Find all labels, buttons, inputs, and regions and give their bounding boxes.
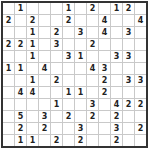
grid-cell-r1c11[interactable]: 2 (123, 3, 134, 14)
grid-cell-r3c9[interactable]: 4 (99, 27, 110, 38)
grid-cell-r9c9[interactable] (99, 99, 110, 110)
grid-cell-r1c5[interactable] (51, 3, 62, 14)
grid-cell-r5c7[interactable]: 1 (75, 51, 86, 62)
grid-cell-r11c12[interactable]: 2 (135, 123, 146, 134)
grid-cell-r12c3[interactable]: 1 (27, 135, 38, 146)
grid-cell-r4c12[interactable] (135, 39, 146, 50)
grid-cell-r3c2[interactable] (15, 27, 26, 38)
grid-cell-r5c10[interactable]: 3 (111, 51, 122, 62)
grid-cell-r8c7[interactable]: 1 (75, 87, 86, 98)
grid-cell-r2c4[interactable] (39, 15, 50, 26)
grid-cell-r12c10[interactable]: 2 (111, 135, 122, 146)
grid-cell-r6c8[interactable]: 4 (87, 63, 98, 74)
grid-cell-r11c4[interactable]: 2 (39, 123, 50, 134)
grid-cell-r1c2[interactable]: 1 (15, 3, 26, 14)
grid-cell-r2c9[interactable]: 4 (99, 15, 110, 26)
grid-cell-r10c4[interactable]: 3 (39, 111, 50, 122)
grid-cell-r8c5[interactable] (51, 87, 62, 98)
grid-cell-r3c1[interactable] (3, 27, 14, 38)
grid-cell-r4c6[interactable] (63, 39, 74, 50)
grid-cell-r2c12[interactable]: 4 (135, 15, 146, 26)
grid-cell-r2c10[interactable] (111, 15, 122, 26)
grid-cell-r8c12[interactable] (135, 87, 146, 98)
grid-cell-r7c5[interactable]: 2 (51, 75, 62, 86)
grid-cell-r3c11[interactable]: 3 (123, 27, 134, 38)
grid-cell-r2c2[interactable] (15, 15, 26, 26)
grid-cell-r10c6[interactable]: 2 (63, 111, 74, 122)
grid-cell-r1c6[interactable]: 1 (63, 3, 74, 14)
grid-cell-r11c11[interactable] (123, 123, 134, 134)
grid-cell-r12c9[interactable] (99, 135, 110, 146)
grid-cell-r3c5[interactable]: 2 (51, 27, 62, 38)
grid-cell-r7c10[interactable] (111, 75, 122, 86)
grid-cell-r10c8[interactable]: 2 (87, 111, 98, 122)
grid-cell-r3c3[interactable]: 1 (27, 27, 38, 38)
grid-cell-r1c10[interactable]: 1 (111, 3, 122, 14)
grid-cell-r2c11[interactable] (123, 15, 134, 26)
grid-cell-r4c8[interactable]: 2 (87, 39, 98, 50)
grid-cell-r6c4[interactable]: 4 (39, 63, 50, 74)
grid-cell-r8c3[interactable]: 4 (27, 87, 38, 98)
grid-cell-r11c9[interactable] (99, 123, 110, 134)
grid-cell-r5c11[interactable]: 3 (123, 51, 134, 62)
grid-cell-r7c3[interactable]: 1 (27, 75, 38, 86)
grid-cell-r10c3[interactable] (27, 111, 38, 122)
grid-cell-r4c10[interactable] (111, 39, 122, 50)
grid-cell-r7c2[interactable] (15, 75, 26, 86)
grid-cell-r11c10[interactable]: 3 (111, 123, 122, 134)
grid-cell-r4c3[interactable]: 1 (27, 39, 38, 50)
grid-cell-r1c3[interactable] (27, 3, 38, 14)
puzzle-board: 1121222244123432213213133114431223344112… (1, 1, 148, 148)
grid-cell-r8c4[interactable] (39, 87, 50, 98)
grid-cell-r4c2[interactable]: 2 (15, 39, 26, 50)
grid-cell-r4c9[interactable] (99, 39, 110, 50)
grid-cell-r11c1[interactable] (3, 123, 14, 134)
grid-cell-r1c4[interactable] (39, 3, 50, 14)
grid-cell-r4c11[interactable] (123, 39, 134, 50)
grid-cell-r10c7[interactable] (75, 111, 86, 122)
grid-cell-r6c2[interactable]: 1 (15, 63, 26, 74)
grid-cell-r7c9[interactable]: 2 (99, 75, 110, 86)
grid-cell-r6c3[interactable] (27, 63, 38, 74)
grid-cell-r2c8[interactable] (87, 15, 98, 26)
grid-cell-r6c6[interactable] (63, 63, 74, 74)
grid-cell-r2c1[interactable]: 2 (3, 15, 14, 26)
grid-cell-r5c12[interactable] (135, 51, 146, 62)
grid-cell-r5c8[interactable] (87, 51, 98, 62)
grid-cell-r9c6[interactable] (63, 99, 74, 110)
grid-cell-r9c11[interactable]: 2 (123, 99, 134, 110)
grid-cell-r12c8[interactable] (87, 135, 98, 146)
grid-cell-r9c7[interactable] (75, 99, 86, 110)
grid-cell-r9c2[interactable] (15, 99, 26, 110)
grid-cell-r12c11[interactable] (123, 135, 134, 146)
grid-cell-r12c7[interactable]: 2 (75, 135, 86, 146)
grid-cell-r5c6[interactable]: 3 (63, 51, 74, 62)
grid-cell-r2c3[interactable]: 2 (27, 15, 38, 26)
grid-cell-r10c1[interactable] (3, 111, 14, 122)
grid-cell-r7c8[interactable] (87, 75, 98, 86)
grid-cell-r8c9[interactable]: 2 (99, 87, 110, 98)
grid-cell-r3c12[interactable] (135, 27, 146, 38)
grid-cell-r12c1[interactable] (3, 135, 14, 146)
grid-cell-r12c5[interactable]: 2 (51, 135, 62, 146)
grid-cell-r8c2[interactable]: 4 (15, 87, 26, 98)
grid-cell-r12c4[interactable] (39, 135, 50, 146)
grid-cell-r12c2[interactable]: 1 (15, 135, 26, 146)
grid-cell-r7c4[interactable] (39, 75, 50, 86)
grid-cell-r2c5[interactable] (51, 15, 62, 26)
grid-cell-r5c1[interactable] (3, 51, 14, 62)
grid-cell-r7c1[interactable] (3, 75, 14, 86)
grid-cell-r1c8[interactable]: 2 (87, 3, 98, 14)
grid-cell-r6c12[interactable] (135, 63, 146, 74)
grid-cell-r7c12[interactable]: 3 (135, 75, 146, 86)
grid-cell-r8c11[interactable] (123, 87, 134, 98)
grid-cell-r10c10[interactable]: 2 (111, 111, 122, 122)
grid-cell-r11c8[interactable] (87, 123, 98, 134)
grid-cell-r3c7[interactable]: 3 (75, 27, 86, 38)
grid-cell-r9c12[interactable]: 2 (135, 99, 146, 110)
grid-cell-r9c4[interactable] (39, 99, 50, 110)
grid-cell-r12c6[interactable] (63, 135, 74, 146)
grid-cell-r8c1[interactable] (3, 87, 14, 98)
grid-cell-r4c1[interactable]: 2 (3, 39, 14, 50)
grid-cell-r8c8[interactable] (87, 87, 98, 98)
grid-cell-r9c3[interactable] (27, 99, 38, 110)
grid-cell-r4c4[interactable] (39, 39, 50, 50)
grid-cell-r1c1[interactable] (3, 3, 14, 14)
grid-cell-r3c8[interactable] (87, 27, 98, 38)
grid-cell-r11c3[interactable] (27, 123, 38, 134)
grid-cell-r11c6[interactable] (63, 123, 74, 134)
grid-cell-r1c7[interactable] (75, 3, 86, 14)
grid-cell-r12c12[interactable] (135, 135, 146, 146)
grid-cell-r8c10[interactable] (111, 87, 122, 98)
grid-cell-r10c9[interactable] (99, 111, 110, 122)
grid-cell-r1c9[interactable] (99, 3, 110, 14)
grid-cell-r6c11[interactable] (123, 63, 134, 74)
grid-cell-r6c10[interactable] (111, 63, 122, 74)
grid-cell-r6c5[interactable] (51, 63, 62, 74)
grid-cell-r6c1[interactable]: 1 (3, 63, 14, 74)
grid-cell-r5c4[interactable] (39, 51, 50, 62)
grid-cell-r10c5[interactable] (51, 111, 62, 122)
grid-cell-r11c5[interactable] (51, 123, 62, 134)
grid-cell-r10c11[interactable] (123, 111, 134, 122)
grid-cell-r11c2[interactable]: 2 (15, 123, 26, 134)
grid-cell-r6c9[interactable]: 3 (99, 63, 110, 74)
grid-cell-r9c8[interactable]: 3 (87, 99, 98, 110)
grid-cell-r5c9[interactable] (99, 51, 110, 62)
grid-cell-r2c7[interactable] (75, 15, 86, 26)
grid-cell-r6c7[interactable] (75, 63, 86, 74)
grid-cell-r4c7[interactable] (75, 39, 86, 50)
grid-cell-r2c6[interactable]: 2 (63, 15, 74, 26)
grid-cell-r9c5[interactable]: 1 (51, 99, 62, 110)
grid-cell-r3c10[interactable] (111, 27, 122, 38)
grid-cell-r10c12[interactable] (135, 111, 146, 122)
grid-cell-r7c7[interactable] (75, 75, 86, 86)
grid-cell-r8c6[interactable]: 1 (63, 87, 74, 98)
grid-cell-r9c10[interactable]: 4 (111, 99, 122, 110)
puzzle-thumbnail: 1121222244123432213213133114431223344112… (0, 0, 150, 150)
grid-cell-r3c6[interactable] (63, 27, 74, 38)
grid-cell-r9c1[interactable] (3, 99, 14, 110)
grid-cell-r1c12[interactable] (135, 3, 146, 14)
grid-cell-r11c7[interactable]: 3 (75, 123, 86, 134)
grid-cell-r7c11[interactable]: 3 (123, 75, 134, 86)
grid-cell-r7c6[interactable] (63, 75, 74, 86)
grid-cell-r3c4[interactable] (39, 27, 50, 38)
grid-cell-r5c5[interactable] (51, 51, 62, 62)
grid-cell-r4c5[interactable]: 3 (51, 39, 62, 50)
grid-cell-r10c2[interactable]: 5 (15, 111, 26, 122)
grid-cell-r5c3[interactable]: 1 (27, 51, 38, 62)
grid-cell-r5c2[interactable] (15, 51, 26, 62)
